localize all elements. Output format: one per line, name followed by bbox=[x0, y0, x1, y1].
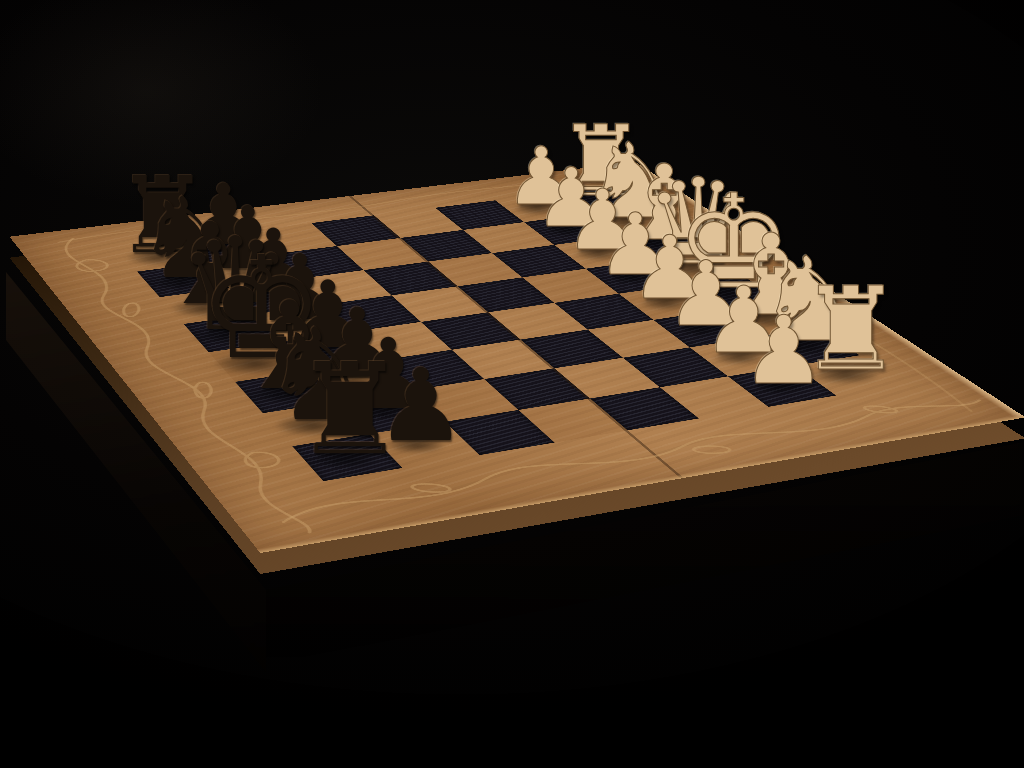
piece-white-pawn-h2[interactable]: ♟ bbox=[741, 303, 826, 397]
photo-stage: ♜♞♝♛♚♝♞♜♟♟♟♟♟♟♟♟♟♟♟♟♟♟♟♟♜♞♝♛♚♝♞♜ bbox=[0, 0, 1024, 768]
scene: ♜♞♝♛♚♝♞♜♟♟♟♟♟♟♟♟♟♟♟♟♟♟♟♟♜♞♝♛♚♝♞♜ bbox=[0, 10, 1024, 768]
piece-black-rook-h8[interactable]: ♜ bbox=[293, 347, 406, 473]
